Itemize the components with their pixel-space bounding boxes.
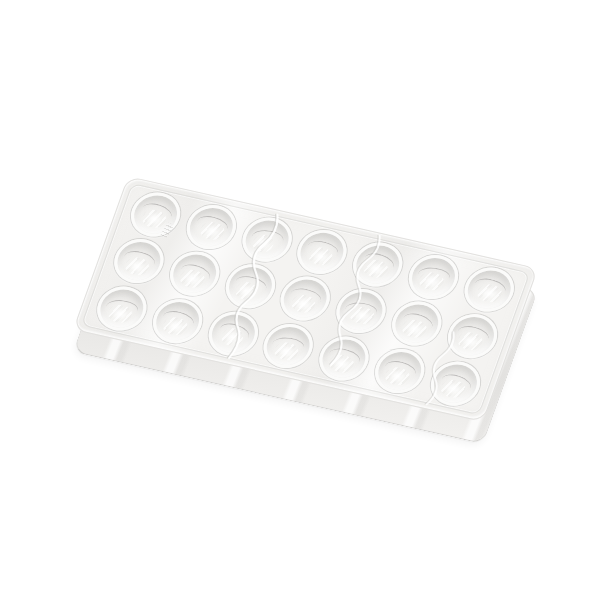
cavity-r1-c5 xyxy=(347,238,409,291)
cavity-cell xyxy=(290,224,355,279)
cavity-cell xyxy=(217,259,282,314)
cavity-r2-c5 xyxy=(330,285,392,338)
cavity-r2-c7 xyxy=(441,310,503,363)
cavity-r3-c7 xyxy=(424,357,486,410)
cavity-r3-c1 xyxy=(91,282,153,335)
cavity-r1-c6 xyxy=(402,250,464,303)
cavity-r2-c2 xyxy=(163,247,225,300)
cavity-cell xyxy=(384,296,449,351)
cavity-r1-c1 xyxy=(125,188,187,241)
cavity-r1-c2 xyxy=(180,200,242,253)
cavity-cell xyxy=(328,284,393,339)
cavity-cell xyxy=(123,187,188,242)
cavity-cell xyxy=(89,281,154,336)
cavity-r3-c5 xyxy=(313,332,375,385)
cavity-r2-c6 xyxy=(385,297,447,350)
cavity-cell xyxy=(234,212,299,267)
cavity-cell xyxy=(367,343,432,398)
cavity-r3-c3 xyxy=(202,307,264,360)
cavity-cell xyxy=(106,234,171,289)
cavity-cell xyxy=(422,356,487,411)
cavity-cell xyxy=(145,294,210,349)
cavity-r3-c2 xyxy=(147,295,209,348)
cavity-r2-c4 xyxy=(274,272,336,325)
cavity-cell xyxy=(256,319,321,374)
cavity-cell xyxy=(162,246,227,301)
cavity-r1-c3 xyxy=(236,213,298,266)
cavity-cell xyxy=(179,199,244,254)
cavity-r2-c3 xyxy=(219,260,281,313)
cavity-cell xyxy=(273,271,338,326)
cavity-r3-c6 xyxy=(369,345,431,398)
product-photo-scene xyxy=(0,0,600,600)
cavity-cell xyxy=(456,262,521,317)
cavity-r1-c7 xyxy=(458,263,520,316)
cavity-cell xyxy=(401,249,466,304)
cavity-r1-c4 xyxy=(291,225,353,278)
cavity-cell xyxy=(311,331,376,386)
cavity-r3-c4 xyxy=(258,320,320,373)
cavity-cell xyxy=(345,237,410,292)
cavity-r2-c1 xyxy=(108,235,170,288)
cavity-cell xyxy=(439,309,504,364)
cavity-cell xyxy=(200,306,265,361)
